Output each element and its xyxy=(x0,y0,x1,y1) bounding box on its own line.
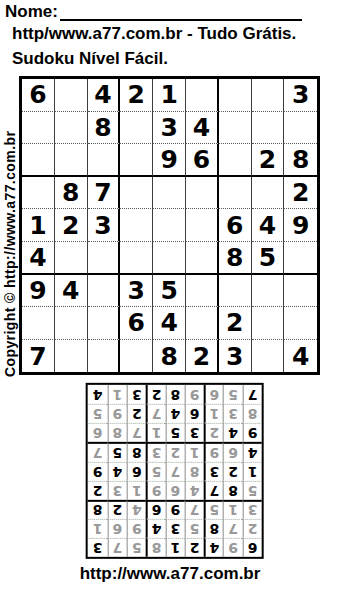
puzzle-cell-r9c2[interactable] xyxy=(55,340,88,373)
solution-cell-r4c1: 5 xyxy=(242,480,261,499)
puzzle-cell-r2c1[interactable] xyxy=(22,112,55,145)
puzzle-cell-r4c3: 7 xyxy=(88,177,121,210)
solution-cell-r7c8: 8 xyxy=(107,423,126,442)
puzzle-cell-r1c1: 6 xyxy=(22,79,55,112)
solution-cell-r3c4: 7 xyxy=(184,500,203,519)
puzzle-cell-r5c8: 4 xyxy=(252,209,285,242)
solution-cell-r8c5: 4 xyxy=(165,404,184,423)
puzzle-cell-r3c4[interactable] xyxy=(120,144,153,177)
solution-cell-r8c4: 6 xyxy=(184,404,203,423)
solution-cell-r6c1: 4 xyxy=(242,442,261,461)
puzzle-cell-r7c2: 4 xyxy=(55,275,88,308)
solution-cell-r7c7: 7 xyxy=(127,423,146,442)
puzzle-cell-r8c5: 4 xyxy=(153,307,186,340)
puzzle-cell-r6c6[interactable] xyxy=(186,242,219,275)
solution-cell-r9c8: 1 xyxy=(107,385,126,404)
puzzle-cell-r3c8: 2 xyxy=(252,144,285,177)
puzzle-cell-r1c6[interactable] xyxy=(186,79,219,112)
puzzle-cell-r5c9: 9 xyxy=(284,209,317,242)
puzzle-cell-r6c5[interactable] xyxy=(153,242,186,275)
puzzle-cell-r9c6: 2 xyxy=(186,340,219,373)
puzzle-cell-r5c2: 2 xyxy=(55,209,88,242)
solution-cell-r1c3: 4 xyxy=(204,538,223,557)
solution-cell-r5c6: 5 xyxy=(146,461,165,480)
solution-cell-r5c2: 2 xyxy=(223,461,242,480)
puzzle-cell-r8c7: 2 xyxy=(219,307,252,340)
puzzle-cell-r1c2[interactable] xyxy=(55,79,88,112)
solution-cell-r9c5: 8 xyxy=(165,385,184,404)
puzzle-cell-r8c2[interactable] xyxy=(55,307,88,340)
puzzle-cell-r6c4[interactable] xyxy=(120,242,153,275)
puzzle-cell-r6c1: 4 xyxy=(22,242,55,275)
solution-cell-r6c7: 8 xyxy=(127,442,146,461)
puzzle-cell-r7c6[interactable] xyxy=(186,275,219,308)
puzzle-cell-r6c2[interactable] xyxy=(55,242,88,275)
solution-cell-r6c3: 9 xyxy=(204,442,223,461)
puzzle-cell-r7c9[interactable] xyxy=(284,275,317,308)
puzzle-cell-r1c4: 2 xyxy=(120,79,153,112)
solution-cell-r2c3: 8 xyxy=(204,519,223,538)
puzzle-cell-r9c8[interactable] xyxy=(252,340,285,373)
solution-cell-r2c7: 9 xyxy=(127,519,146,538)
puzzle-cell-r1c9: 3 xyxy=(284,79,317,112)
solution-cell-r4c8: 3 xyxy=(107,480,126,499)
solution-cell-r6c9: 7 xyxy=(88,442,107,461)
solution-cell-r5c7: 6 xyxy=(127,461,146,480)
solution-cell-r1c5: 1 xyxy=(165,538,184,557)
solution-cell-r4c3: 7 xyxy=(204,480,223,499)
solution-cell-r2c8: 6 xyxy=(107,519,126,538)
solution-cell-r9c1: 7 xyxy=(242,385,261,404)
solution-cell-r2c1: 2 xyxy=(242,519,261,538)
solution-cell-r5c4: 8 xyxy=(184,461,203,480)
solution-cell-r5c3: 3 xyxy=(204,461,223,480)
puzzle-cell-r1c8[interactable] xyxy=(252,79,285,112)
solution-cell-r5c5: 7 xyxy=(165,461,184,480)
puzzle-cell-r4c6[interactable] xyxy=(186,177,219,210)
solution-cell-r4c2: 8 xyxy=(223,480,242,499)
solution-cell-r4c4: 4 xyxy=(184,480,203,499)
puzzle-cell-r7c5: 5 xyxy=(153,275,186,308)
puzzle-cell-r1c5: 1 xyxy=(153,79,186,112)
puzzle-cell-r1c3: 4 xyxy=(88,79,121,112)
name-row: Nome: xyxy=(5,2,302,21)
puzzle-cell-r6c7: 8 xyxy=(219,242,252,275)
solution-cell-r6c8: 5 xyxy=(107,442,126,461)
puzzle-cell-r3c7[interactable] xyxy=(219,144,252,177)
solution-cell-r1c1: 6 xyxy=(242,538,261,557)
solution-cell-r3c7: 4 xyxy=(127,500,146,519)
puzzle-cell-r4c8[interactable] xyxy=(252,177,285,210)
puzzle-cell-r5c7: 6 xyxy=(219,209,252,242)
solution-cell-r7c5: 5 xyxy=(165,423,184,442)
puzzle-cell-r8c1[interactable] xyxy=(22,307,55,340)
solution-cell-r5c8: 4 xyxy=(107,461,126,480)
solution-cell-r6c6: 3 xyxy=(146,442,165,461)
site-url-header: http/www.a77.com.br - Tudo Grátis. xyxy=(12,24,296,44)
solution-cell-r6c4: 1 xyxy=(184,442,203,461)
puzzle-cell-r9c4[interactable] xyxy=(120,340,153,373)
puzzle-cell-r2c9[interactable] xyxy=(284,112,317,145)
solution-cell-r2c9: 1 xyxy=(88,519,107,538)
name-blank-line xyxy=(60,2,302,21)
solution-cell-r3c6: 6 xyxy=(146,500,165,519)
solution-cell-r8c1: 8 xyxy=(242,404,261,423)
puzzle-cell-r3c1[interactable] xyxy=(22,144,55,177)
solution-cell-r2c2: 7 xyxy=(223,519,242,538)
puzzle-cell-r6c9[interactable] xyxy=(284,242,317,275)
puzzle-cell-r2c3: 8 xyxy=(88,112,121,145)
puzzle-cell-r8c6[interactable] xyxy=(186,307,219,340)
solution-cell-r3c5: 9 xyxy=(165,500,184,519)
puzzle-cell-r7c8[interactable] xyxy=(252,275,285,308)
solution-cell-r4c6: 9 xyxy=(146,480,165,499)
puzzle-cell-r4c2: 8 xyxy=(55,177,88,210)
solution-cell-r5c9: 9 xyxy=(88,461,107,480)
puzzle-cell-r9c1: 7 xyxy=(22,340,55,373)
solution-cell-r3c3: 5 xyxy=(204,500,223,519)
solution-cell-r9c6: 2 xyxy=(146,385,165,404)
puzzle-cell-r3c2[interactable] xyxy=(55,144,88,177)
puzzle-grid: 642138349628872123649485943564278234 xyxy=(19,76,320,375)
puzzle-cell-r8c4: 6 xyxy=(120,307,153,340)
solution-cell-r7c6: 1 xyxy=(146,423,165,442)
solution-cell-r3c8: 2 xyxy=(107,500,126,519)
solution-cell-r1c4: 2 xyxy=(184,538,203,557)
puzzle-cell-r6c8: 5 xyxy=(252,242,285,275)
name-label: Nome: xyxy=(5,2,58,21)
puzzle-cell-r3c5: 9 xyxy=(153,144,186,177)
solution-cell-r2c5: 3 xyxy=(165,519,184,538)
puzzle-cell-r4c7[interactable] xyxy=(219,177,252,210)
solution-cell-r9c7: 3 xyxy=(127,385,146,404)
solution-cell-r8c3: 1 xyxy=(204,404,223,423)
solution-cell-r8c9: 5 xyxy=(88,404,107,423)
solution-cell-r5c1: 1 xyxy=(242,461,261,480)
solution-cell-r6c5: 2 xyxy=(165,442,184,461)
puzzle-cell-r4c5[interactable] xyxy=(153,177,186,210)
puzzle-cell-r5c5[interactable] xyxy=(153,209,186,242)
solution-cell-r4c5: 6 xyxy=(165,480,184,499)
solution-cell-r1c2: 9 xyxy=(223,538,242,557)
puzzle-cell-r3c9: 8 xyxy=(284,144,317,177)
puzzle-cell-r1c7[interactable] xyxy=(219,79,252,112)
puzzle-cell-r9c3[interactable] xyxy=(88,340,121,373)
solution-cell-r6c2: 6 xyxy=(223,442,242,461)
puzzle-cell-r2c8[interactable] xyxy=(252,112,285,145)
puzzle-cell-r2c7[interactable] xyxy=(219,112,252,145)
puzzle-cell-r3c6: 6 xyxy=(186,144,219,177)
copyright-vertical-text: Copyright © http://www.a77.com.br xyxy=(2,77,18,377)
puzzle-cell-r5c4[interactable] xyxy=(120,209,153,242)
solution-grid: 6942185732785349613157964285874691321238… xyxy=(86,383,264,559)
puzzle-cell-r9c9: 4 xyxy=(284,340,317,373)
solution-cell-r1c6: 8 xyxy=(146,538,165,557)
solution-cell-r3c9: 8 xyxy=(88,500,107,519)
solution-cell-r7c4: 3 xyxy=(184,423,203,442)
puzzle-cell-r5c3: 3 xyxy=(88,209,121,242)
puzzle-cell-r4c1[interactable] xyxy=(22,177,55,210)
solution-cell-r4c7: 1 xyxy=(127,480,146,499)
solution-cell-r9c9: 4 xyxy=(88,385,107,404)
puzzle-cell-r4c4[interactable] xyxy=(120,177,153,210)
puzzle-cell-r2c2[interactable] xyxy=(55,112,88,145)
puzzle-cell-r9c5: 8 xyxy=(153,340,186,373)
solution-cell-r8c7: 2 xyxy=(127,404,146,423)
solution-cell-r3c1: 3 xyxy=(242,500,261,519)
solution-cell-r1c8: 7 xyxy=(107,538,126,557)
puzzle-cell-r9c7: 3 xyxy=(219,340,252,373)
footer-url: http://www.a77.com.br xyxy=(0,564,340,584)
puzzle-cell-r5c1: 1 xyxy=(22,209,55,242)
solution-cell-r9c4: 9 xyxy=(184,385,203,404)
puzzle-cell-r8c8[interactable] xyxy=(252,307,285,340)
puzzle-cell-r8c3[interactable] xyxy=(88,307,121,340)
puzzle-cell-r8c9[interactable] xyxy=(284,307,317,340)
puzzle-cell-r7c4: 3 xyxy=(120,275,153,308)
puzzle-cell-r6c3[interactable] xyxy=(88,242,121,275)
solution-cell-r2c4: 5 xyxy=(184,519,203,538)
solution-cell-r1c9: 3 xyxy=(88,538,107,557)
puzzle-cell-r5c6[interactable] xyxy=(186,209,219,242)
puzzle-cell-r7c3[interactable] xyxy=(88,275,121,308)
puzzle-cell-r7c1: 9 xyxy=(22,275,55,308)
solution-cell-r3c2: 1 xyxy=(223,500,242,519)
puzzle-cell-r2c5: 3 xyxy=(153,112,186,145)
solution-cell-r7c1: 9 xyxy=(242,423,261,442)
puzzle-cell-r3c3[interactable] xyxy=(88,144,121,177)
solution-cell-r8c2: 3 xyxy=(223,404,242,423)
page-title: Sudoku Nível Fácil. xyxy=(12,49,168,69)
solution-cell-r8c6: 7 xyxy=(146,404,165,423)
puzzle-cell-r2c4[interactable] xyxy=(120,112,153,145)
solution-cell-r4c9: 2 xyxy=(88,480,107,499)
solution-cell-r2c6: 4 xyxy=(146,519,165,538)
solution-cell-r7c2: 4 xyxy=(223,423,242,442)
solution-cell-r8c8: 9 xyxy=(107,404,126,423)
puzzle-cell-r4c9: 2 xyxy=(284,177,317,210)
solution-cell-r9c3: 6 xyxy=(204,385,223,404)
solution-cell-r1c7: 5 xyxy=(127,538,146,557)
puzzle-cell-r2c6: 4 xyxy=(186,112,219,145)
puzzle-cell-r7c7[interactable] xyxy=(219,275,252,308)
solution-cell-r7c3: 2 xyxy=(204,423,223,442)
solution-cell-r7c9: 6 xyxy=(88,423,107,442)
solution-cell-r9c2: 5 xyxy=(223,385,242,404)
